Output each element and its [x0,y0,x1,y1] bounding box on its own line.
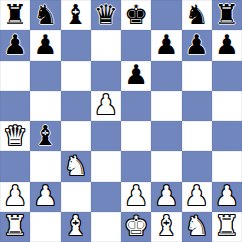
square-h1[interactable]: ♜ [212,212,242,242]
square-g5[interactable] [182,91,212,121]
square-c2[interactable] [61,182,91,212]
piece-black-pawn[interactable]: ♟ [124,61,148,88]
piece-black-bishop[interactable]: ♝ [64,1,88,28]
square-f6[interactable] [151,61,181,91]
square-e2[interactable]: ♟ [121,182,151,212]
piece-white-pawn[interactable]: ♟ [185,182,209,209]
chess-board: ♜♞♝♛♚♞♜♟♟♟♟♟♟♟♛♝♞♟♟♟♟♟♟♜♝♚♝♞♜ [0,0,242,242]
square-e6[interactable]: ♟ [121,61,151,91]
square-e5[interactable] [121,91,151,121]
piece-white-pawn[interactable]: ♟ [94,91,118,118]
square-a7[interactable]: ♟ [0,30,30,60]
square-d4[interactable] [91,121,121,151]
square-d1[interactable] [91,212,121,242]
square-d2[interactable] [91,182,121,212]
square-d8[interactable]: ♛ [91,0,121,30]
square-e7[interactable] [121,30,151,60]
square-g7[interactable]: ♟ [182,30,212,60]
piece-white-pawn[interactable]: ♟ [3,182,27,209]
piece-black-pawn[interactable]: ♟ [154,31,178,58]
square-g2[interactable]: ♟ [182,182,212,212]
square-a4[interactable]: ♛ [0,121,30,151]
square-a1[interactable]: ♜ [0,212,30,242]
square-d3[interactable] [91,151,121,181]
square-f5[interactable] [151,91,181,121]
square-b4[interactable]: ♝ [30,121,60,151]
square-b5[interactable] [30,91,60,121]
piece-black-pawn[interactable]: ♟ [185,31,209,58]
piece-black-rook[interactable]: ♜ [215,1,239,28]
square-a2[interactable]: ♟ [0,182,30,212]
piece-black-knight[interactable]: ♞ [33,1,57,28]
piece-white-king[interactable]: ♚ [124,212,148,239]
square-h5[interactable] [212,91,242,121]
piece-white-knight[interactable]: ♞ [185,212,209,239]
piece-black-bishop[interactable]: ♝ [33,122,57,149]
piece-white-knight[interactable]: ♞ [64,152,88,179]
square-b1[interactable] [30,212,60,242]
piece-white-rook[interactable]: ♜ [3,212,27,239]
square-e8[interactable]: ♚ [121,0,151,30]
square-a3[interactable] [0,151,30,181]
square-c4[interactable] [61,121,91,151]
piece-white-queen[interactable]: ♛ [3,122,27,149]
square-g3[interactable] [182,151,212,181]
square-g1[interactable]: ♞ [182,212,212,242]
piece-white-bishop[interactable]: ♝ [64,212,88,239]
square-g4[interactable] [182,121,212,151]
square-d7[interactable] [91,30,121,60]
square-f4[interactable] [151,121,181,151]
piece-white-bishop[interactable]: ♝ [154,212,178,239]
chess-board-window: ♜♞♝♛♚♞♜♟♟♟♟♟♟♟♛♝♞♟♟♟♟♟♟♜♝♚♝♞♜ [0,0,242,242]
square-b3[interactable] [30,151,60,181]
square-c8[interactable]: ♝ [61,0,91,30]
square-c5[interactable] [61,91,91,121]
piece-black-knight[interactable]: ♞ [185,1,209,28]
square-d6[interactable] [91,61,121,91]
piece-black-pawn[interactable]: ♟ [33,31,57,58]
piece-white-pawn[interactable]: ♟ [215,182,239,209]
square-b6[interactable] [30,61,60,91]
square-e1[interactable]: ♚ [121,212,151,242]
piece-black-king[interactable]: ♚ [124,1,148,28]
piece-black-pawn[interactable]: ♟ [215,31,239,58]
square-c6[interactable] [61,61,91,91]
square-a8[interactable]: ♜ [0,0,30,30]
square-d5[interactable]: ♟ [91,91,121,121]
square-f1[interactable]: ♝ [151,212,181,242]
square-h7[interactable]: ♟ [212,30,242,60]
square-h2[interactable]: ♟ [212,182,242,212]
piece-white-rook[interactable]: ♜ [215,212,239,239]
square-a5[interactable] [0,91,30,121]
piece-white-pawn[interactable]: ♟ [154,182,178,209]
square-b2[interactable]: ♟ [30,182,60,212]
square-a6[interactable] [0,61,30,91]
square-c1[interactable]: ♝ [61,212,91,242]
square-f8[interactable] [151,0,181,30]
square-c7[interactable] [61,30,91,60]
square-h8[interactable]: ♜ [212,0,242,30]
square-b8[interactable]: ♞ [30,0,60,30]
square-e4[interactable] [121,121,151,151]
square-c3[interactable]: ♞ [61,151,91,181]
piece-black-queen[interactable]: ♛ [94,1,118,28]
square-e3[interactable] [121,151,151,181]
square-g6[interactable] [182,61,212,91]
square-f2[interactable]: ♟ [151,182,181,212]
square-f3[interactable] [151,151,181,181]
square-f7[interactable]: ♟ [151,30,181,60]
piece-white-pawn[interactable]: ♟ [124,182,148,209]
piece-white-pawn[interactable]: ♟ [33,182,57,209]
square-b7[interactable]: ♟ [30,30,60,60]
square-h3[interactable] [212,151,242,181]
square-h6[interactable] [212,61,242,91]
square-h4[interactable] [212,121,242,151]
square-g8[interactable]: ♞ [182,0,212,30]
piece-black-rook[interactable]: ♜ [3,1,27,28]
piece-black-pawn[interactable]: ♟ [3,31,27,58]
